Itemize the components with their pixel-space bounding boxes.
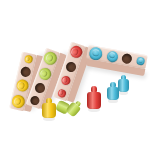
yellow-peg-knob xyxy=(17,82,25,90)
blue-peg-knob xyxy=(109,52,116,59)
socket-blue-peg xyxy=(106,50,119,63)
socket-yellow-peg xyxy=(14,79,28,93)
yellow-peg-knob xyxy=(25,56,30,61)
blue-peg-cap xyxy=(110,82,116,87)
socket-empty-hole xyxy=(121,53,133,65)
red-peg-knob xyxy=(71,48,80,57)
green-peg-knob xyxy=(40,69,49,78)
socket-red-peg xyxy=(60,75,71,86)
socket-blue-peg xyxy=(136,56,145,65)
toy-product-photo xyxy=(0,0,160,160)
socket-empty-hole xyxy=(19,65,31,77)
blue-peg-body xyxy=(118,79,129,92)
socket-empty-hole xyxy=(33,81,46,94)
blue-peg-knob xyxy=(92,48,100,56)
loose-peg-red xyxy=(87,86,101,109)
socket-yellow-peg xyxy=(10,94,26,110)
blue-block xyxy=(86,45,148,69)
loose-peg-yellow xyxy=(42,98,56,118)
green-peg-knob xyxy=(45,53,54,62)
socket-red-peg xyxy=(57,88,67,98)
yellow-peg-knob xyxy=(13,97,22,106)
red-peg-knob xyxy=(62,77,68,83)
red-peg-knob xyxy=(58,90,64,96)
socket-yellow-peg xyxy=(23,54,33,64)
loose-peg-blue xyxy=(118,75,129,92)
socket-empty-hole xyxy=(29,94,41,106)
socket-empty-hole xyxy=(64,61,77,74)
yellow-peg-body xyxy=(42,103,56,118)
red-peg-body xyxy=(87,92,101,109)
blue-peg-knob xyxy=(138,58,143,63)
